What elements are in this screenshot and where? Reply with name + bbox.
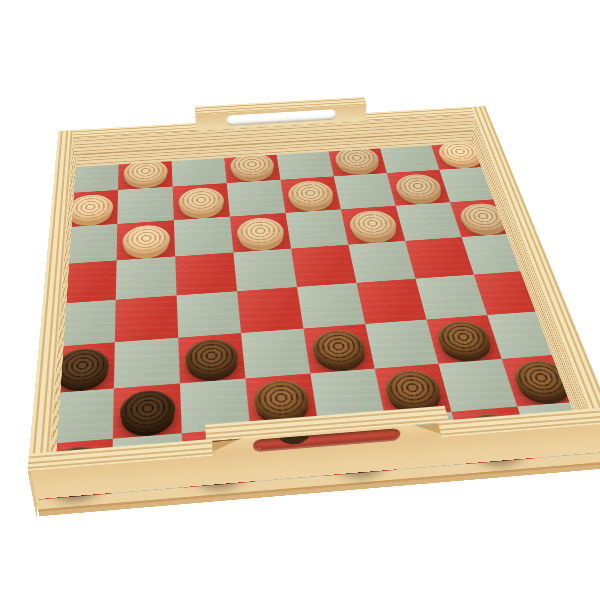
checker-light-h6[interactable] [456, 202, 511, 233]
square-f4[interactable] [356, 279, 426, 324]
checker-light-c7[interactable] [178, 186, 225, 216]
square-a6 [57, 224, 117, 264]
square-b6[interactable] [117, 220, 176, 260]
square-e6 [286, 209, 349, 248]
square-d5 [233, 249, 297, 292]
checker-light-h8[interactable] [435, 139, 486, 166]
checker-light-f8[interactable] [333, 146, 382, 174]
checker-light-d6[interactable] [235, 216, 285, 248]
square-b2[interactable] [113, 383, 182, 438]
square-d6[interactable] [230, 213, 291, 253]
checker-light-a7[interactable] [66, 193, 113, 224]
checker-light-b6[interactable] [122, 224, 170, 257]
square-c3[interactable] [178, 333, 245, 383]
square-e8 [276, 146, 334, 180]
square-f8[interactable] [327, 143, 387, 177]
square-c6 [174, 217, 234, 257]
square-b8[interactable] [118, 155, 173, 190]
square-e7[interactable] [280, 176, 340, 213]
square-c7[interactable] [173, 183, 230, 220]
square-g2 [438, 359, 517, 412]
checker-dark-c3[interactable] [184, 337, 239, 378]
checker-dark-g3[interactable] [433, 319, 494, 359]
square-d4[interactable] [237, 287, 303, 333]
square-f3 [365, 320, 438, 369]
square-f6[interactable] [341, 206, 405, 245]
serving-tray [39, 136, 600, 499]
checker-dark-b2[interactable] [119, 388, 175, 433]
checker-light-e7[interactable] [286, 180, 335, 210]
checker-light-f6[interactable] [347, 209, 400, 241]
square-d3 [241, 329, 310, 379]
square-a8 [63, 158, 119, 193]
square-b7 [117, 187, 174, 224]
square-e3[interactable] [303, 324, 374, 373]
square-d8[interactable] [224, 149, 281, 183]
checker-dark-e3[interactable] [310, 328, 368, 368]
square-b5 [116, 256, 177, 299]
square-f7 [334, 173, 396, 209]
square-a7[interactable] [60, 190, 118, 228]
square-e4 [297, 283, 365, 329]
square-g3[interactable] [426, 315, 501, 364]
square-e5[interactable] [291, 245, 356, 287]
square-c5[interactable] [175, 252, 237, 295]
checker-light-b8[interactable] [123, 158, 167, 186]
square-c4 [177, 291, 241, 337]
checker-light-d8[interactable] [229, 152, 275, 180]
square-d7 [227, 180, 286, 217]
square-b3 [114, 338, 180, 389]
square-b4[interactable] [115, 295, 178, 342]
checker-light-g7[interactable] [392, 173, 444, 202]
square-f5 [348, 241, 415, 283]
square-c8 [171, 152, 226, 187]
product-photo-scene [0, 0, 600, 600]
